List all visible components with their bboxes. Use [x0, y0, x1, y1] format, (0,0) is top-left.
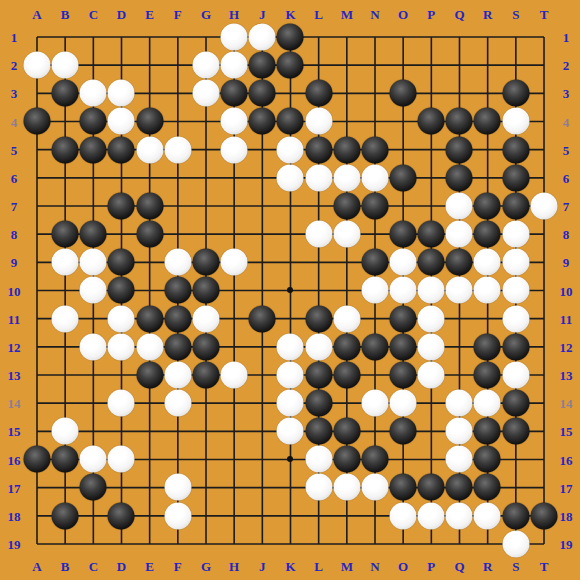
board-cell[interactable]: [51, 389, 79, 417]
white-stone[interactable]: [221, 23, 248, 50]
board-cell[interactable]: [473, 23, 501, 51]
board-cell[interactable]: [361, 51, 389, 79]
board-cell[interactable]: [79, 23, 107, 51]
black-stone[interactable]: [502, 418, 529, 445]
board-cell[interactable]: [530, 192, 558, 220]
board-cell[interactable]: [79, 248, 107, 276]
board-cell[interactable]: [220, 248, 248, 276]
board-cell[interactable]: [389, 192, 417, 220]
board-cell[interactable]: [304, 276, 332, 304]
board-cell[interactable]: [23, 389, 51, 417]
black-stone[interactable]: [136, 305, 163, 332]
board-cell[interactable]: [23, 107, 51, 135]
board-cell[interactable]: [23, 51, 51, 79]
white-stone[interactable]: [164, 502, 191, 529]
black-stone[interactable]: [390, 333, 417, 360]
board-cell[interactable]: [304, 79, 332, 107]
black-stone[interactable]: [361, 192, 388, 219]
board-cell[interactable]: [164, 361, 192, 389]
board-cell[interactable]: [164, 473, 192, 501]
black-stone[interactable]: [390, 305, 417, 332]
board-cell[interactable]: [192, 530, 220, 558]
board-cell[interactable]: [220, 164, 248, 192]
board-cell[interactable]: [164, 389, 192, 417]
board-cell[interactable]: [23, 136, 51, 164]
board-cell[interactable]: [51, 361, 79, 389]
black-stone[interactable]: [502, 333, 529, 360]
board-cell[interactable]: [220, 51, 248, 79]
board-cell[interactable]: [164, 333, 192, 361]
black-stone[interactable]: [474, 361, 501, 388]
white-stone[interactable]: [305, 446, 332, 473]
board-cell[interactable]: [220, 502, 248, 530]
black-stone[interactable]: [136, 108, 163, 135]
board-cell[interactable]: [164, 164, 192, 192]
white-stone[interactable]: [277, 390, 304, 417]
board-cell[interactable]: [51, 417, 79, 445]
black-stone[interactable]: [333, 418, 360, 445]
board-cell[interactable]: [304, 361, 332, 389]
board-cell[interactable]: [79, 502, 107, 530]
black-stone[interactable]: [249, 108, 276, 135]
board-cell[interactable]: [276, 136, 304, 164]
board-cell[interactable]: [417, 445, 445, 473]
board-cell[interactable]: [248, 417, 276, 445]
black-stone[interactable]: [305, 361, 332, 388]
white-stone[interactable]: [361, 390, 388, 417]
black-stone[interactable]: [502, 136, 529, 163]
board-cell[interactable]: [417, 389, 445, 417]
board-cell[interactable]: [333, 79, 361, 107]
board-cell[interactable]: [164, 445, 192, 473]
black-stone[interactable]: [192, 333, 219, 360]
black-stone[interactable]: [80, 474, 107, 501]
board-cell[interactable]: [220, 530, 248, 558]
white-stone[interactable]: [418, 502, 445, 529]
board-cell[interactable]: [164, 51, 192, 79]
board-cell[interactable]: [248, 276, 276, 304]
board-cell[interactable]: [417, 417, 445, 445]
white-stone[interactable]: [361, 277, 388, 304]
black-stone[interactable]: [52, 136, 79, 163]
board-cell[interactable]: [502, 361, 530, 389]
board-cell[interactable]: [361, 530, 389, 558]
board-cell[interactable]: [248, 136, 276, 164]
board-cell[interactable]: [220, 417, 248, 445]
board-cell[interactable]: [417, 304, 445, 332]
board-cell[interactable]: [107, 192, 135, 220]
white-stone[interactable]: [108, 108, 135, 135]
board-cell[interactable]: [304, 136, 332, 164]
board-cell[interactable]: [389, 23, 417, 51]
board-cell[interactable]: [248, 530, 276, 558]
white-stone[interactable]: [474, 502, 501, 529]
board-cell[interactable]: [502, 276, 530, 304]
white-stone[interactable]: [221, 136, 248, 163]
board-cell[interactable]: [276, 304, 304, 332]
board-cell[interactable]: [361, 502, 389, 530]
board-cell[interactable]: [333, 192, 361, 220]
white-stone[interactable]: [221, 249, 248, 276]
board-cell[interactable]: [333, 361, 361, 389]
board-cell[interactable]: [473, 502, 501, 530]
board-cell[interactable]: [248, 304, 276, 332]
board-cell[interactable]: [502, 417, 530, 445]
board-cell[interactable]: [192, 417, 220, 445]
white-stone[interactable]: [221, 52, 248, 79]
white-stone[interactable]: [164, 361, 191, 388]
board-cell[interactable]: [333, 23, 361, 51]
board-cell[interactable]: [417, 333, 445, 361]
black-stone[interactable]: [23, 108, 50, 135]
black-stone[interactable]: [108, 192, 135, 219]
black-stone[interactable]: [474, 221, 501, 248]
board-cell[interactable]: [164, 23, 192, 51]
board-cell[interactable]: [333, 164, 361, 192]
board-cell[interactable]: [107, 333, 135, 361]
board-cell[interactable]: [445, 389, 473, 417]
board-cell[interactable]: [417, 136, 445, 164]
board-cell[interactable]: [79, 51, 107, 79]
board-cell[interactable]: [220, 79, 248, 107]
black-stone[interactable]: [474, 418, 501, 445]
board-cell[interactable]: [23, 164, 51, 192]
white-stone[interactable]: [390, 249, 417, 276]
black-stone[interactable]: [333, 192, 360, 219]
board-cell[interactable]: [361, 192, 389, 220]
white-stone[interactable]: [305, 164, 332, 191]
board-cell[interactable]: [276, 79, 304, 107]
board-cell[interactable]: [107, 23, 135, 51]
board-cell[interactable]: [192, 389, 220, 417]
board-cell[interactable]: [389, 136, 417, 164]
board-cell[interactable]: [51, 136, 79, 164]
black-stone[interactable]: [52, 221, 79, 248]
white-stone[interactable]: [80, 80, 107, 107]
board-cell[interactable]: [445, 333, 473, 361]
white-stone[interactable]: [474, 249, 501, 276]
board-cell[interactable]: [192, 304, 220, 332]
board-cell[interactable]: [502, 304, 530, 332]
board-cell[interactable]: [445, 248, 473, 276]
board-cell[interactable]: [192, 333, 220, 361]
board-cell[interactable]: [136, 23, 164, 51]
board-cell[interactable]: [473, 220, 501, 248]
white-stone[interactable]: [418, 277, 445, 304]
board-cell[interactable]: [276, 473, 304, 501]
black-stone[interactable]: [474, 192, 501, 219]
board-cell[interactable]: [361, 304, 389, 332]
board-cell[interactable]: [51, 473, 79, 501]
board-cell[interactable]: [220, 107, 248, 135]
board-cell[interactable]: [136, 530, 164, 558]
white-stone[interactable]: [333, 474, 360, 501]
white-stone[interactable]: [333, 305, 360, 332]
board-cell[interactable]: [79, 417, 107, 445]
white-stone[interactable]: [530, 192, 557, 219]
white-stone[interactable]: [277, 164, 304, 191]
board-cell[interactable]: [79, 361, 107, 389]
board-cell[interactable]: [445, 276, 473, 304]
white-stone[interactable]: [502, 361, 529, 388]
board-cell[interactable]: [164, 304, 192, 332]
board-cell[interactable]: [107, 220, 135, 248]
board-cell[interactable]: [473, 361, 501, 389]
board-cell[interactable]: [136, 473, 164, 501]
board-cell[interactable]: [276, 333, 304, 361]
white-stone[interactable]: [474, 390, 501, 417]
board-cell[interactable]: [417, 473, 445, 501]
board-cell[interactable]: [276, 502, 304, 530]
black-stone[interactable]: [249, 80, 276, 107]
black-stone[interactable]: [474, 446, 501, 473]
white-stone[interactable]: [502, 530, 529, 557]
board-cell[interactable]: [445, 136, 473, 164]
board-cell[interactable]: [417, 220, 445, 248]
black-stone[interactable]: [277, 52, 304, 79]
board-cell[interactable]: [502, 220, 530, 248]
white-stone[interactable]: [502, 249, 529, 276]
board-cell[interactable]: [445, 164, 473, 192]
board-cell[interactable]: [304, 220, 332, 248]
white-stone[interactable]: [446, 418, 473, 445]
black-stone[interactable]: [530, 502, 557, 529]
board-cell[interactable]: [248, 445, 276, 473]
black-stone[interactable]: [108, 249, 135, 276]
board-cell[interactable]: [164, 530, 192, 558]
board-cell[interactable]: [445, 502, 473, 530]
board-cell[interactable]: [136, 164, 164, 192]
board-cell[interactable]: [361, 23, 389, 51]
black-stone[interactable]: [108, 502, 135, 529]
board-cell[interactable]: [473, 107, 501, 135]
board-cell[interactable]: [417, 192, 445, 220]
white-stone[interactable]: [80, 333, 107, 360]
board-cell[interactable]: [136, 51, 164, 79]
board-cell[interactable]: [136, 502, 164, 530]
board-cell[interactable]: [333, 445, 361, 473]
board-cell[interactable]: [389, 361, 417, 389]
white-stone[interactable]: [446, 446, 473, 473]
white-stone[interactable]: [108, 80, 135, 107]
board-cell[interactable]: [79, 473, 107, 501]
board-cell[interactable]: [389, 79, 417, 107]
board-cell[interactable]: [389, 473, 417, 501]
board-cell[interactable]: [304, 530, 332, 558]
black-stone[interactable]: [502, 502, 529, 529]
black-stone[interactable]: [52, 80, 79, 107]
board-cell[interactable]: [51, 51, 79, 79]
board-cell[interactable]: [473, 389, 501, 417]
black-stone[interactable]: [305, 418, 332, 445]
board-cell[interactable]: [417, 530, 445, 558]
board-cell[interactable]: [51, 220, 79, 248]
board-cell[interactable]: [389, 389, 417, 417]
black-stone[interactable]: [474, 108, 501, 135]
board-cell[interactable]: [445, 473, 473, 501]
board-cell[interactable]: [220, 473, 248, 501]
board-cell[interactable]: [192, 192, 220, 220]
board-cell[interactable]: [23, 79, 51, 107]
board-cell[interactable]: [333, 473, 361, 501]
board-cell[interactable]: [192, 248, 220, 276]
board-cell[interactable]: [136, 445, 164, 473]
black-stone[interactable]: [136, 192, 163, 219]
board-cell[interactable]: [530, 473, 558, 501]
board-cell[interactable]: [51, 333, 79, 361]
board-cell[interactable]: [136, 248, 164, 276]
white-stone[interactable]: [333, 164, 360, 191]
board-cell[interactable]: [333, 276, 361, 304]
board-cell[interactable]: [530, 304, 558, 332]
board-cell[interactable]: [276, 276, 304, 304]
board-cell[interactable]: [107, 276, 135, 304]
board-cell[interactable]: [530, 79, 558, 107]
white-stone[interactable]: [390, 277, 417, 304]
board-cell[interactable]: [417, 502, 445, 530]
board-cell[interactable]: [136, 417, 164, 445]
board-cell[interactable]: [502, 389, 530, 417]
white-stone[interactable]: [52, 305, 79, 332]
board-cell[interactable]: [473, 530, 501, 558]
board-cell[interactable]: [389, 107, 417, 135]
board-cell[interactable]: [530, 445, 558, 473]
black-stone[interactable]: [192, 249, 219, 276]
board-cell[interactable]: [248, 107, 276, 135]
board-cell[interactable]: [192, 473, 220, 501]
black-stone[interactable]: [390, 80, 417, 107]
white-stone[interactable]: [108, 305, 135, 332]
board-cell[interactable]: [192, 164, 220, 192]
white-stone[interactable]: [305, 108, 332, 135]
white-stone[interactable]: [164, 136, 191, 163]
board-cell[interactable]: [389, 164, 417, 192]
board-cell[interactable]: [389, 304, 417, 332]
black-stone[interactable]: [361, 333, 388, 360]
board-cell[interactable]: [473, 276, 501, 304]
black-stone[interactable]: [164, 277, 191, 304]
board-cell[interactable]: [473, 473, 501, 501]
board-cell[interactable]: [333, 502, 361, 530]
board-cell[interactable]: [304, 164, 332, 192]
board-cell[interactable]: [304, 107, 332, 135]
board-cell[interactable]: [361, 248, 389, 276]
white-stone[interactable]: [108, 333, 135, 360]
board-cell[interactable]: [530, 389, 558, 417]
board-cell[interactable]: [530, 23, 558, 51]
white-stone[interactable]: [221, 108, 248, 135]
white-stone[interactable]: [333, 221, 360, 248]
board-cell[interactable]: [445, 51, 473, 79]
board-cell[interactable]: [530, 502, 558, 530]
black-stone[interactable]: [80, 108, 107, 135]
white-stone[interactable]: [277, 361, 304, 388]
board-cell[interactable]: [530, 361, 558, 389]
white-stone[interactable]: [305, 333, 332, 360]
black-stone[interactable]: [80, 221, 107, 248]
black-stone[interactable]: [390, 221, 417, 248]
board-cell[interactable]: [276, 23, 304, 51]
board-cell[interactable]: [248, 164, 276, 192]
board-cell[interactable]: [51, 164, 79, 192]
board-cell[interactable]: [389, 445, 417, 473]
board-cell[interactable]: [445, 79, 473, 107]
board-cell[interactable]: [23, 220, 51, 248]
board-cell[interactable]: [192, 220, 220, 248]
board-cell[interactable]: [136, 333, 164, 361]
black-stone[interactable]: [390, 361, 417, 388]
board-cell[interactable]: [248, 473, 276, 501]
board-cell[interactable]: [136, 220, 164, 248]
white-stone[interactable]: [164, 390, 191, 417]
board-cell[interactable]: [276, 248, 304, 276]
black-stone[interactable]: [474, 333, 501, 360]
board-cell[interactable]: [389, 51, 417, 79]
black-stone[interactable]: [305, 390, 332, 417]
board-cell[interactable]: [502, 164, 530, 192]
white-stone[interactable]: [80, 249, 107, 276]
board-cell[interactable]: [502, 107, 530, 135]
board-cell[interactable]: [248, 333, 276, 361]
board-cell[interactable]: [389, 530, 417, 558]
black-stone[interactable]: [249, 52, 276, 79]
board-cell[interactable]: [23, 248, 51, 276]
board-cell[interactable]: [23, 192, 51, 220]
board-cell[interactable]: [530, 276, 558, 304]
board-cell[interactable]: [276, 107, 304, 135]
board-cell[interactable]: [361, 164, 389, 192]
board-cell[interactable]: [220, 304, 248, 332]
board-cell[interactable]: [530, 107, 558, 135]
board-cell[interactable]: [473, 164, 501, 192]
board-cell[interactable]: [304, 389, 332, 417]
board-cell[interactable]: [473, 417, 501, 445]
board-cell[interactable]: [192, 361, 220, 389]
board-cell[interactable]: [79, 389, 107, 417]
board-cell[interactable]: [417, 51, 445, 79]
board-cell[interactable]: [248, 502, 276, 530]
board-cell[interactable]: [445, 445, 473, 473]
board-cell[interactable]: [164, 107, 192, 135]
board-cell[interactable]: [107, 136, 135, 164]
board-cell[interactable]: [361, 107, 389, 135]
white-stone[interactable]: [80, 446, 107, 473]
board-cell[interactable]: [473, 136, 501, 164]
board-cell[interactable]: [51, 530, 79, 558]
white-stone[interactable]: [277, 418, 304, 445]
board-cell[interactable]: [79, 304, 107, 332]
board-cell[interactable]: [248, 389, 276, 417]
black-stone[interactable]: [23, 446, 50, 473]
board-cell[interactable]: [51, 502, 79, 530]
white-stone[interactable]: [305, 221, 332, 248]
board-cell[interactable]: [107, 417, 135, 445]
board-cell[interactable]: [304, 502, 332, 530]
black-stone[interactable]: [418, 474, 445, 501]
board-cell[interactable]: [530, 417, 558, 445]
board-cell[interactable]: [304, 473, 332, 501]
black-stone[interactable]: [390, 474, 417, 501]
board-cell[interactable]: [417, 248, 445, 276]
board-cell[interactable]: [23, 473, 51, 501]
white-stone[interactable]: [52, 52, 79, 79]
board-cell[interactable]: [136, 276, 164, 304]
black-stone[interactable]: [361, 136, 388, 163]
black-stone[interactable]: [474, 474, 501, 501]
white-stone[interactable]: [52, 249, 79, 276]
board-cell[interactable]: [530, 136, 558, 164]
board-cell[interactable]: [79, 192, 107, 220]
